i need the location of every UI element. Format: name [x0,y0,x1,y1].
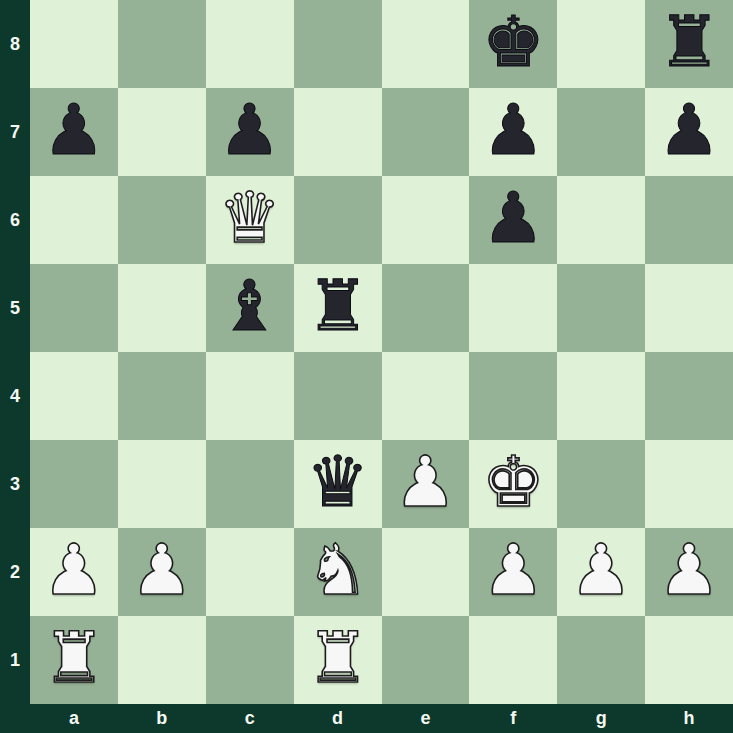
square-a5[interactable] [30,264,118,352]
square-h1[interactable] [645,616,733,704]
white-pawn-piece[interactable]: ♟ [482,535,545,605]
square-f5[interactable] [469,264,557,352]
rank-labels: 87654321 [0,0,30,704]
square-e7[interactable] [382,88,470,176]
square-a6[interactable] [30,176,118,264]
square-f8[interactable]: ♚ [469,0,557,88]
square-g4[interactable] [557,352,645,440]
square-e6[interactable] [382,176,470,264]
square-g7[interactable] [557,88,645,176]
black-pawn-piece[interactable]: ♟ [482,95,545,165]
square-e1[interactable] [382,616,470,704]
rank-label-1: 1 [0,616,30,704]
square-b4[interactable] [118,352,206,440]
square-a7[interactable]: ♟ [30,88,118,176]
square-d3[interactable]: ♛ [294,440,382,528]
square-b5[interactable] [118,264,206,352]
square-f1[interactable] [469,616,557,704]
square-e2[interactable] [382,528,470,616]
square-a2[interactable]: ♟ [30,528,118,616]
square-c4[interactable] [206,352,294,440]
square-h4[interactable] [645,352,733,440]
white-king-piece[interactable]: ♚ [482,447,545,517]
black-bishop-piece[interactable]: ♝ [218,271,281,341]
square-a8[interactable] [30,0,118,88]
black-pawn-piece[interactable]: ♟ [658,95,721,165]
black-queen-piece[interactable]: ♛ [306,447,369,517]
square-b7[interactable] [118,88,206,176]
square-f2[interactable]: ♟ [469,528,557,616]
rank-label-6: 6 [0,176,30,264]
rank-label-2: 2 [0,528,30,616]
square-e3[interactable]: ♟ [382,440,470,528]
black-king-piece[interactable]: ♚ [482,7,545,77]
black-rook-piece[interactable]: ♜ [306,271,369,341]
square-g6[interactable] [557,176,645,264]
square-d4[interactable] [294,352,382,440]
square-h8[interactable]: ♜ [645,0,733,88]
square-c7[interactable]: ♟ [206,88,294,176]
square-d5[interactable]: ♜ [294,264,382,352]
file-label-c: c [206,704,294,733]
white-pawn-piece[interactable]: ♟ [43,535,106,605]
white-knight-piece[interactable]: ♞ [306,535,369,605]
square-a4[interactable] [30,352,118,440]
white-queen-piece[interactable]: ♛ [218,183,281,253]
square-f4[interactable] [469,352,557,440]
square-g8[interactable] [557,0,645,88]
square-d6[interactable] [294,176,382,264]
square-b6[interactable] [118,176,206,264]
square-e4[interactable] [382,352,470,440]
white-pawn-piece[interactable]: ♟ [130,535,193,605]
black-pawn-piece[interactable]: ♟ [43,95,106,165]
square-d8[interactable] [294,0,382,88]
white-pawn-piece[interactable]: ♟ [394,447,457,517]
square-b8[interactable] [118,0,206,88]
square-g2[interactable]: ♟ [557,528,645,616]
square-c2[interactable] [206,528,294,616]
square-c3[interactable] [206,440,294,528]
square-h3[interactable] [645,440,733,528]
rank-label-5: 5 [0,264,30,352]
square-e8[interactable] [382,0,470,88]
square-d7[interactable] [294,88,382,176]
square-c5[interactable]: ♝ [206,264,294,352]
white-pawn-piece[interactable]: ♟ [658,535,721,605]
square-g1[interactable] [557,616,645,704]
file-label-a: a [30,704,118,733]
square-c6[interactable]: ♛ [206,176,294,264]
square-b2[interactable]: ♟ [118,528,206,616]
rank-label-3: 3 [0,440,30,528]
square-a1[interactable]: ♜ [30,616,118,704]
square-e5[interactable] [382,264,470,352]
rank-label-8: 8 [0,0,30,88]
square-h2[interactable]: ♟ [645,528,733,616]
chess-board[interactable]: ♚♜♟♟♟♟♛♟♝♜♛♟♚♟♟♞♟♟♟♜♜ [30,0,733,704]
chess-board-screenshot: 87654321 ♚♜♟♟♟♟♛♟♝♜♛♟♚♟♟♞♟♟♟♜♜ abcdefgh [0,0,733,733]
white-pawn-piece[interactable]: ♟ [570,535,633,605]
square-a3[interactable] [30,440,118,528]
rank-label-7: 7 [0,88,30,176]
file-labels: abcdefgh [30,704,733,733]
square-g5[interactable] [557,264,645,352]
rank-label-4: 4 [0,352,30,440]
file-label-g: g [557,704,645,733]
square-f3[interactable]: ♚ [469,440,557,528]
file-label-d: d [294,704,382,733]
file-label-e: e [382,704,470,733]
square-d1[interactable]: ♜ [294,616,382,704]
square-c8[interactable] [206,0,294,88]
black-rook-piece[interactable]: ♜ [658,7,721,77]
square-b3[interactable] [118,440,206,528]
square-h6[interactable] [645,176,733,264]
square-f7[interactable]: ♟ [469,88,557,176]
file-label-b: b [118,704,206,733]
white-rook-piece[interactable]: ♜ [306,623,369,693]
white-rook-piece[interactable]: ♜ [43,623,106,693]
square-h5[interactable] [645,264,733,352]
file-label-f: f [469,704,557,733]
black-pawn-piece[interactable]: ♟ [482,183,545,253]
black-pawn-piece[interactable]: ♟ [218,95,281,165]
file-label-h: h [645,704,733,733]
square-g3[interactable] [557,440,645,528]
square-h7[interactable]: ♟ [645,88,733,176]
square-c1[interactable] [206,616,294,704]
square-b1[interactable] [118,616,206,704]
square-d2[interactable]: ♞ [294,528,382,616]
square-f6[interactable]: ♟ [469,176,557,264]
